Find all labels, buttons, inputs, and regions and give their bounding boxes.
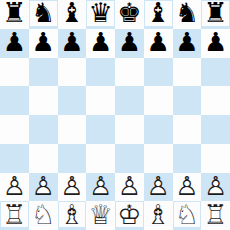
black-piece-glyph: ♞ — [31, 0, 55, 27]
piece-white-pawn[interactable]: ♟♙ — [86, 173, 115, 202]
square-c7[interactable]: ♟ — [58, 29, 87, 58]
square-a2[interactable]: ♟♙ — [0, 173, 29, 202]
black-piece-glyph: ♛ — [89, 0, 113, 27]
square-a6[interactable] — [0, 58, 29, 87]
square-g5[interactable] — [173, 86, 202, 115]
piece-white-pawn[interactable]: ♟♙ — [0, 173, 29, 202]
piece-white-queen[interactable]: ♛♕ — [86, 201, 115, 230]
piece-black-knight[interactable]: ♞ — [29, 0, 58, 29]
square-a5[interactable] — [0, 86, 29, 115]
square-d8[interactable]: ♛ — [86, 0, 115, 29]
white-piece-outline-glyph: ♙ — [60, 173, 83, 199]
black-piece-glyph: ♚ — [117, 0, 141, 27]
square-h3[interactable] — [201, 144, 230, 173]
square-f4[interactable] — [144, 115, 173, 144]
piece-white-pawn[interactable]: ♟♙ — [115, 173, 144, 202]
piece-black-queen[interactable]: ♛ — [86, 0, 115, 29]
white-piece-outline-glyph: ♙ — [204, 173, 227, 199]
square-d6[interactable] — [86, 58, 115, 87]
square-f2[interactable]: ♟♙ — [144, 173, 173, 202]
square-g8[interactable]: ♞ — [173, 0, 202, 29]
white-piece-outline-glyph: ♕ — [89, 201, 113, 228]
square-e6[interactable] — [115, 58, 144, 87]
piece-black-king[interactable]: ♚ — [115, 0, 144, 29]
square-f5[interactable] — [144, 86, 173, 115]
square-h6[interactable] — [201, 58, 230, 87]
piece-white-pawn[interactable]: ♟♙ — [144, 173, 173, 202]
square-a3[interactable] — [0, 144, 29, 173]
white-piece-outline-glyph: ♘ — [175, 201, 199, 228]
square-h2[interactable]: ♟♙ — [201, 173, 230, 202]
black-piece-glyph: ♟ — [3, 29, 26, 55]
piece-white-knight[interactable]: ♞♘ — [29, 201, 58, 230]
black-piece-glyph: ♜ — [204, 0, 228, 27]
square-h5[interactable] — [201, 86, 230, 115]
chess-board: ♜♞♝♛♚♝♞♜♟♟♟♟♟♟♟♟♟♙♟♙♟♙♟♙♟♙♟♙♟♙♟♙♜♖♞♘♝♗♛♕… — [0, 0, 230, 230]
square-c1[interactable]: ♝♗ — [58, 201, 87, 230]
black-piece-glyph: ♝ — [60, 0, 84, 27]
square-b8[interactable]: ♞ — [29, 0, 58, 29]
square-d1[interactable]: ♛♕ — [86, 201, 115, 230]
white-piece-outline-glyph: ♖ — [2, 201, 26, 228]
square-c6[interactable] — [58, 58, 87, 87]
piece-black-rook[interactable]: ♜ — [0, 0, 29, 29]
square-h7[interactable]: ♟ — [201, 29, 230, 58]
square-e8[interactable]: ♚ — [115, 0, 144, 29]
black-piece-glyph: ♟ — [175, 29, 198, 55]
square-c2[interactable]: ♟♙ — [58, 173, 87, 202]
white-piece-outline-glyph: ♙ — [31, 173, 54, 199]
square-h1[interactable]: ♜♖ — [201, 201, 230, 230]
square-f8[interactable]: ♝ — [144, 0, 173, 29]
black-piece-glyph: ♞ — [175, 0, 199, 27]
square-e2[interactable]: ♟♙ — [115, 173, 144, 202]
piece-white-knight[interactable]: ♞♘ — [173, 201, 202, 230]
piece-white-rook[interactable]: ♜♖ — [201, 201, 230, 230]
square-d7[interactable]: ♟ — [86, 29, 115, 58]
black-piece-glyph: ♟ — [118, 29, 141, 55]
piece-black-pawn[interactable]: ♟ — [58, 29, 87, 58]
square-b5[interactable] — [29, 86, 58, 115]
square-b3[interactable] — [29, 144, 58, 173]
square-d5[interactable] — [86, 86, 115, 115]
black-piece-glyph: ♟ — [31, 29, 54, 55]
square-g4[interactable] — [173, 115, 202, 144]
white-piece-outline-glyph: ♗ — [146, 201, 170, 228]
square-a1[interactable]: ♜♖ — [0, 201, 29, 230]
black-piece-glyph: ♟ — [60, 29, 83, 55]
square-e5[interactable] — [115, 86, 144, 115]
square-a8[interactable]: ♜ — [0, 0, 29, 29]
piece-black-bishop[interactable]: ♝ — [144, 0, 173, 29]
piece-black-bishop[interactable]: ♝ — [58, 0, 87, 29]
square-b2[interactable]: ♟♙ — [29, 173, 58, 202]
piece-black-knight[interactable]: ♞ — [173, 0, 202, 29]
square-e4[interactable] — [115, 115, 144, 144]
black-piece-glyph: ♟ — [204, 29, 227, 55]
piece-white-pawn[interactable]: ♟♙ — [173, 173, 202, 202]
white-piece-outline-glyph: ♖ — [204, 201, 228, 228]
piece-white-bishop[interactable]: ♝♗ — [58, 201, 87, 230]
black-piece-glyph: ♟ — [146, 29, 169, 55]
square-c8[interactable]: ♝ — [58, 0, 87, 29]
piece-white-pawn[interactable]: ♟♙ — [58, 173, 87, 202]
black-piece-glyph: ♟ — [89, 29, 112, 55]
white-piece-outline-glyph: ♙ — [175, 173, 198, 199]
white-piece-outline-glyph: ♙ — [3, 173, 26, 199]
piece-black-pawn[interactable]: ♟ — [115, 29, 144, 58]
white-piece-outline-glyph: ♙ — [146, 173, 169, 199]
square-e7[interactable]: ♟ — [115, 29, 144, 58]
square-b1[interactable]: ♞♘ — [29, 201, 58, 230]
square-e3[interactable] — [115, 144, 144, 173]
square-h8[interactable]: ♜ — [201, 0, 230, 29]
square-h4[interactable] — [201, 115, 230, 144]
square-f3[interactable] — [144, 144, 173, 173]
square-b7[interactable]: ♟ — [29, 29, 58, 58]
square-b6[interactable] — [29, 58, 58, 87]
square-d3[interactable] — [86, 144, 115, 173]
piece-white-pawn[interactable]: ♟♙ — [201, 173, 230, 202]
white-piece-outline-glyph: ♙ — [118, 173, 141, 199]
square-b4[interactable] — [29, 115, 58, 144]
piece-black-pawn[interactable]: ♟ — [86, 29, 115, 58]
square-a7[interactable]: ♟ — [0, 29, 29, 58]
piece-white-king[interactable]: ♚♔ — [115, 201, 144, 230]
square-f1[interactable]: ♝♗ — [144, 201, 173, 230]
piece-black-pawn[interactable]: ♟ — [29, 29, 58, 58]
black-piece-glyph: ♝ — [146, 0, 170, 27]
square-c5[interactable] — [58, 86, 87, 115]
piece-white-pawn[interactable]: ♟♙ — [29, 173, 58, 202]
square-f6[interactable] — [144, 58, 173, 87]
piece-white-rook[interactable]: ♜♖ — [0, 201, 29, 230]
square-a4[interactable] — [0, 115, 29, 144]
square-g2[interactable]: ♟♙ — [173, 173, 202, 202]
square-c3[interactable] — [58, 144, 87, 173]
square-g7[interactable]: ♟ — [173, 29, 202, 58]
piece-black-pawn[interactable]: ♟ — [201, 29, 230, 58]
white-piece-outline-glyph: ♙ — [89, 173, 112, 199]
square-g3[interactable] — [173, 144, 202, 173]
square-d2[interactable]: ♟♙ — [86, 173, 115, 202]
black-piece-glyph: ♜ — [2, 0, 26, 27]
square-e1[interactable]: ♚♔ — [115, 201, 144, 230]
piece-black-pawn[interactable]: ♟ — [0, 29, 29, 58]
white-piece-outline-glyph: ♘ — [31, 201, 55, 228]
square-g1[interactable]: ♞♘ — [173, 201, 202, 230]
piece-black-rook[interactable]: ♜ — [201, 0, 230, 29]
piece-black-pawn[interactable]: ♟ — [144, 29, 173, 58]
square-f7[interactable]: ♟ — [144, 29, 173, 58]
piece-black-pawn[interactable]: ♟ — [173, 29, 202, 58]
white-piece-outline-glyph: ♗ — [60, 201, 84, 228]
square-d4[interactable] — [86, 115, 115, 144]
white-piece-outline-glyph: ♔ — [117, 201, 141, 228]
piece-white-bishop[interactable]: ♝♗ — [144, 201, 173, 230]
square-g6[interactable] — [173, 58, 202, 87]
square-c4[interactable] — [58, 115, 87, 144]
